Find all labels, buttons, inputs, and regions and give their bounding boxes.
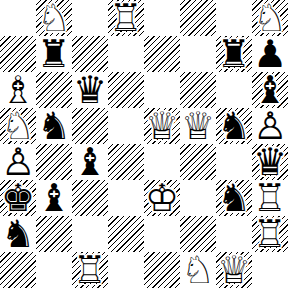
- square-g4[interactable]: [216, 144, 252, 180]
- white-pawn: ♟♙: [252, 108, 288, 144]
- white-queen: ♛♕: [216, 252, 252, 288]
- square-b1[interactable]: [36, 252, 72, 288]
- black-bishop-icon: ♝: [36, 180, 72, 216]
- white-knight: ♞♘: [36, 0, 72, 36]
- white-queen: ♛♕: [144, 108, 180, 144]
- square-d6[interactable]: [108, 72, 144, 108]
- black-bishop-icon: ♝: [252, 72, 288, 108]
- black-bishop: ♝♝: [36, 180, 72, 216]
- square-e7[interactable]: [144, 36, 180, 72]
- white-knight-icon: ♘: [36, 0, 72, 36]
- square-h7[interactable]: ♟♟: [252, 36, 288, 72]
- square-b5[interactable]: ♞♞: [36, 108, 72, 144]
- white-rook: ♜♖: [252, 180, 288, 216]
- square-a3[interactable]: ♚♚: [0, 180, 36, 216]
- square-h6[interactable]: ♝♝: [252, 72, 288, 108]
- black-bishop: ♝♝: [252, 72, 288, 108]
- white-knight-icon: ♘: [0, 108, 36, 144]
- white-knight: ♞♘: [180, 252, 216, 288]
- square-c3[interactable]: [72, 180, 108, 216]
- square-c7[interactable]: [72, 36, 108, 72]
- black-queen: ♛♛: [252, 144, 288, 180]
- black-pawn-icon: ♟: [252, 36, 288, 72]
- white-rook-icon: ♖: [108, 0, 144, 36]
- white-rook-icon: ♖: [252, 216, 288, 252]
- black-knight-icon: ♞: [216, 108, 252, 144]
- square-b8[interactable]: ♞♘: [36, 0, 72, 36]
- white-pawn-icon: ♙: [252, 108, 288, 144]
- square-c4[interactable]: ♝♝: [72, 144, 108, 180]
- square-f4[interactable]: [180, 144, 216, 180]
- square-g3[interactable]: ♞♞: [216, 180, 252, 216]
- black-queen-icon: ♛: [72, 72, 108, 108]
- square-c5[interactable]: [72, 108, 108, 144]
- square-g6[interactable]: [216, 72, 252, 108]
- black-king-icon: ♚: [0, 180, 36, 216]
- square-g1[interactable]: ♛♕: [216, 252, 252, 288]
- square-a8[interactable]: [0, 0, 36, 36]
- square-e2[interactable]: [144, 216, 180, 252]
- square-b2[interactable]: [36, 216, 72, 252]
- white-king: ♚♔: [144, 180, 180, 216]
- square-d4[interactable]: [108, 144, 144, 180]
- square-f3[interactable]: [180, 180, 216, 216]
- black-bishop-icon: ♝: [72, 144, 108, 180]
- square-f7[interactable]: [180, 36, 216, 72]
- square-c1[interactable]: ♜♖: [72, 252, 108, 288]
- black-knight: ♞♞: [36, 108, 72, 144]
- square-a1[interactable]: [0, 252, 36, 288]
- white-pawn-icon: ♙: [0, 144, 36, 180]
- white-queen: ♛♕: [180, 108, 216, 144]
- square-f2[interactable]: [180, 216, 216, 252]
- black-pawn: ♟♟: [252, 36, 288, 72]
- square-c6[interactable]: ♛♛: [72, 72, 108, 108]
- square-d3[interactable]: [108, 180, 144, 216]
- square-b4[interactable]: [36, 144, 72, 180]
- square-h4[interactable]: ♛♛: [252, 144, 288, 180]
- square-h8[interactable]: ♞♘: [252, 0, 288, 36]
- square-h1[interactable]: [252, 252, 288, 288]
- square-f8[interactable]: [180, 0, 216, 36]
- white-knight: ♞♘: [0, 108, 36, 144]
- white-queen-icon: ♕: [144, 108, 180, 144]
- square-a6[interactable]: ♝♗: [0, 72, 36, 108]
- black-knight-icon: ♞: [216, 180, 252, 216]
- white-knight-icon: ♘: [180, 252, 216, 288]
- square-e6[interactable]: [144, 72, 180, 108]
- square-a4[interactable]: ♟♙: [0, 144, 36, 180]
- square-d8[interactable]: ♜♖: [108, 0, 144, 36]
- square-e4[interactable]: [144, 144, 180, 180]
- square-a7[interactable]: [0, 36, 36, 72]
- square-g2[interactable]: [216, 216, 252, 252]
- square-b6[interactable]: [36, 72, 72, 108]
- square-a5[interactable]: ♞♘: [0, 108, 36, 144]
- black-king: ♚♚: [0, 180, 36, 216]
- white-bishop: ♝♗: [0, 72, 36, 108]
- square-e5[interactable]: ♛♕: [144, 108, 180, 144]
- black-knight: ♞♞: [0, 216, 36, 252]
- square-c8[interactable]: [72, 0, 108, 36]
- black-knight: ♞♞: [216, 180, 252, 216]
- square-h2[interactable]: ♜♖: [252, 216, 288, 252]
- white-pawn: ♟♙: [0, 144, 36, 180]
- square-e3[interactable]: ♚♔: [144, 180, 180, 216]
- white-rook: ♜♖: [72, 252, 108, 288]
- white-king-icon: ♔: [144, 180, 180, 216]
- square-d7[interactable]: [108, 36, 144, 72]
- black-rook: ♜♜: [216, 36, 252, 72]
- square-d2[interactable]: [108, 216, 144, 252]
- white-queen-icon: ♕: [180, 108, 216, 144]
- black-queen: ♛♛: [72, 72, 108, 108]
- black-knight-icon: ♞: [36, 108, 72, 144]
- square-g5[interactable]: ♞♞: [216, 108, 252, 144]
- black-queen-icon: ♛: [252, 144, 288, 180]
- square-b3[interactable]: ♝♝: [36, 180, 72, 216]
- square-f6[interactable]: [180, 72, 216, 108]
- square-d5[interactable]: [108, 108, 144, 144]
- square-c2[interactable]: [72, 216, 108, 252]
- square-a2[interactable]: ♞♞: [0, 216, 36, 252]
- square-g7[interactable]: ♜♜: [216, 36, 252, 72]
- square-e1[interactable]: [144, 252, 180, 288]
- square-f1[interactable]: ♞♘: [180, 252, 216, 288]
- square-d1[interactable]: [108, 252, 144, 288]
- square-f5[interactable]: ♛♕: [180, 108, 216, 144]
- white-rook: ♜♖: [108, 0, 144, 36]
- black-knight-icon: ♞: [0, 216, 36, 252]
- black-rook-icon: ♜: [216, 36, 252, 72]
- white-rook-icon: ♖: [72, 252, 108, 288]
- square-g8[interactable]: [216, 0, 252, 36]
- white-rook: ♜♖: [252, 216, 288, 252]
- black-rook: ♜♜: [36, 36, 72, 72]
- square-h3[interactable]: ♜♖: [252, 180, 288, 216]
- white-queen-icon: ♕: [216, 252, 252, 288]
- white-knight: ♞♘: [252, 0, 288, 36]
- square-b7[interactable]: ♜♜: [36, 36, 72, 72]
- square-h5[interactable]: ♟♙: [252, 108, 288, 144]
- black-rook-icon: ♜: [36, 36, 72, 72]
- chess-board: ♞♘♜♖♞♘♜♜♜♜♟♟♝♗♛♛♝♝♞♘♞♞♛♕♛♕♞♞♟♙♟♙♝♝♛♛♚♚♝♝…: [0, 0, 288, 288]
- white-rook-icon: ♖: [252, 180, 288, 216]
- black-knight: ♞♞: [216, 108, 252, 144]
- black-bishop: ♝♝: [72, 144, 108, 180]
- white-bishop-icon: ♗: [0, 72, 36, 108]
- white-knight-icon: ♘: [252, 0, 288, 36]
- square-e8[interactable]: [144, 0, 180, 36]
